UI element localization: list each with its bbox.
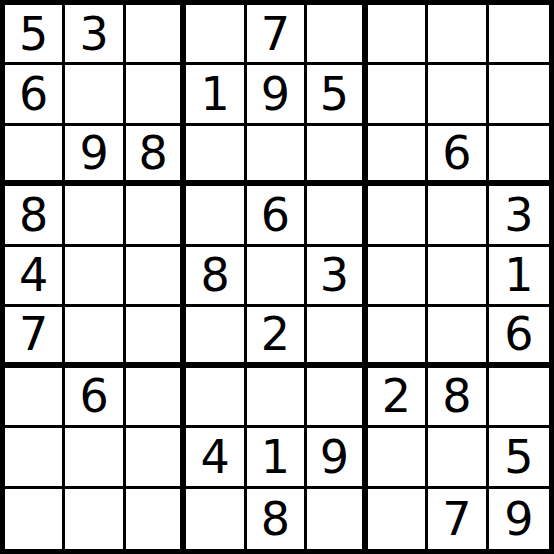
sudoku-cell-r1c8[interactable] <box>428 5 488 65</box>
sudoku-cell-r3c1[interactable] <box>5 126 65 186</box>
sudoku-cell-r5c5[interactable] <box>247 247 307 307</box>
sudoku-cell-r9c9: 9 <box>489 489 549 549</box>
sudoku-cell-r6c1: 7 <box>5 307 65 367</box>
sudoku-cell-r5c1: 4 <box>5 247 65 307</box>
sudoku-cell-r7c4[interactable] <box>186 368 246 428</box>
sudoku-cell-r9c2[interactable] <box>65 489 125 549</box>
sudoku-cell-r9c4[interactable] <box>186 489 246 549</box>
sudoku-cell-r6c5: 2 <box>247 307 307 367</box>
sudoku-cell-r2c6: 5 <box>307 65 367 125</box>
sudoku-cell-r9c7[interactable] <box>368 489 428 549</box>
sudoku-cell-r8c5: 1 <box>247 428 307 488</box>
sudoku-cell-r3c9[interactable] <box>489 126 549 186</box>
sudoku-cell-r4c2[interactable] <box>65 186 125 246</box>
sudoku-cell-r4c6[interactable] <box>307 186 367 246</box>
sudoku-cell-r8c1[interactable] <box>5 428 65 488</box>
sudoku-cell-r7c8: 8 <box>428 368 488 428</box>
sudoku-cell-r3c3: 8 <box>126 126 186 186</box>
sudoku-cell-r9c3[interactable] <box>126 489 186 549</box>
sudoku-cell-r4c5: 6 <box>247 186 307 246</box>
sudoku-cell-r8c4: 4 <box>186 428 246 488</box>
sudoku-cell-r2c8[interactable] <box>428 65 488 125</box>
sudoku-cell-r6c7[interactable] <box>368 307 428 367</box>
sudoku-cell-r2c2[interactable] <box>65 65 125 125</box>
sudoku-cell-r9c5: 8 <box>247 489 307 549</box>
sudoku-cell-r4c4[interactable] <box>186 186 246 246</box>
sudoku-cell-r6c9: 6 <box>489 307 549 367</box>
sudoku-cell-r8c8[interactable] <box>428 428 488 488</box>
sudoku-cell-r5c8[interactable] <box>428 247 488 307</box>
sudoku-cell-r5c6: 3 <box>307 247 367 307</box>
sudoku-cell-r8c9: 5 <box>489 428 549 488</box>
sudoku-cell-r6c8[interactable] <box>428 307 488 367</box>
sudoku-cell-r8c3[interactable] <box>126 428 186 488</box>
sudoku-cell-r3c8: 6 <box>428 126 488 186</box>
sudoku-cell-r3c2: 9 <box>65 126 125 186</box>
sudoku-cell-r8c7[interactable] <box>368 428 428 488</box>
sudoku-cell-r2c1: 6 <box>5 65 65 125</box>
sudoku-cell-r7c1[interactable] <box>5 368 65 428</box>
sudoku-cell-r6c3[interactable] <box>126 307 186 367</box>
sudoku-cell-r4c1: 8 <box>5 186 65 246</box>
sudoku-cell-r1c7[interactable] <box>368 5 428 65</box>
sudoku-cell-r2c7[interactable] <box>368 65 428 125</box>
sudoku-cell-r7c2: 6 <box>65 368 125 428</box>
sudoku-cell-r4c7[interactable] <box>368 186 428 246</box>
sudoku-cell-r1c9[interactable] <box>489 5 549 65</box>
sudoku-cell-r1c4[interactable] <box>186 5 246 65</box>
sudoku-cell-r6c2[interactable] <box>65 307 125 367</box>
sudoku-cell-r7c9[interactable] <box>489 368 549 428</box>
sudoku-cell-r7c5[interactable] <box>247 368 307 428</box>
sudoku-cell-r9c6[interactable] <box>307 489 367 549</box>
sudoku-cell-r1c3[interactable] <box>126 5 186 65</box>
sudoku-cell-r7c7: 2 <box>368 368 428 428</box>
sudoku-cell-r8c6: 9 <box>307 428 367 488</box>
sudoku-cell-r1c5: 7 <box>247 5 307 65</box>
sudoku-cell-r2c9[interactable] <box>489 65 549 125</box>
sudoku-cell-r3c6[interactable] <box>307 126 367 186</box>
sudoku-cell-r8c2[interactable] <box>65 428 125 488</box>
sudoku-cell-r5c4: 8 <box>186 247 246 307</box>
sudoku-cell-r5c9: 1 <box>489 247 549 307</box>
sudoku-cell-r7c6[interactable] <box>307 368 367 428</box>
sudoku-cell-r2c3[interactable] <box>126 65 186 125</box>
sudoku-cell-r6c4[interactable] <box>186 307 246 367</box>
sudoku-cell-r7c3[interactable] <box>126 368 186 428</box>
sudoku-cell-r3c7[interactable] <box>368 126 428 186</box>
sudoku-cell-r1c1: 5 <box>5 5 65 65</box>
sudoku-cell-r5c2[interactable] <box>65 247 125 307</box>
sudoku-cell-r5c7[interactable] <box>368 247 428 307</box>
sudoku-cell-r2c5: 9 <box>247 65 307 125</box>
sudoku-cell-r4c9: 3 <box>489 186 549 246</box>
sudoku-board: 537619598686348317266284195879 <box>0 0 554 554</box>
sudoku-cell-r9c8: 7 <box>428 489 488 549</box>
sudoku-cell-r3c4[interactable] <box>186 126 246 186</box>
sudoku-cell-r3c5[interactable] <box>247 126 307 186</box>
sudoku-cell-r9c1[interactable] <box>5 489 65 549</box>
sudoku-cell-r1c2: 3 <box>65 5 125 65</box>
sudoku-cell-r4c8[interactable] <box>428 186 488 246</box>
sudoku-cell-r1c6[interactable] <box>307 5 367 65</box>
sudoku-cell-r2c4: 1 <box>186 65 246 125</box>
sudoku-cell-r6c6[interactable] <box>307 307 367 367</box>
sudoku-cell-r5c3[interactable] <box>126 247 186 307</box>
sudoku-cell-r4c3[interactable] <box>126 186 186 246</box>
